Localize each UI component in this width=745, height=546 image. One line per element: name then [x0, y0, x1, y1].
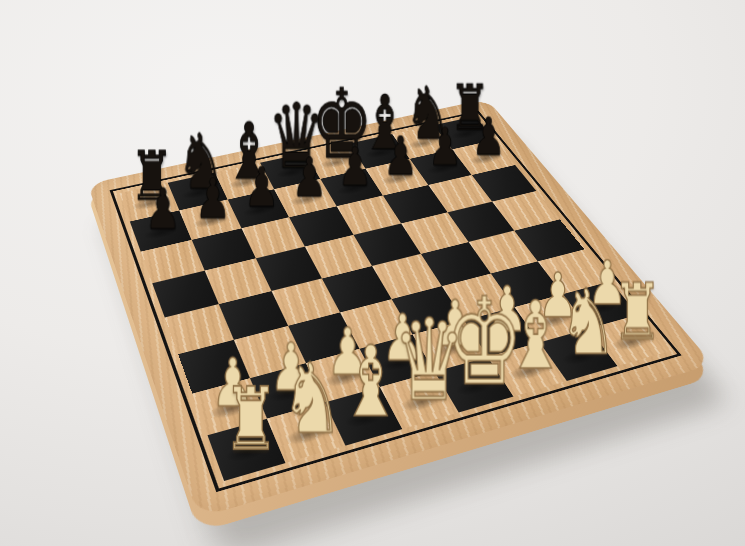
- black-pawn-h7: ♟: [471, 111, 505, 163]
- black-pawn-d7: ♟: [291, 150, 326, 204]
- white-queen-d1: ♛: [392, 304, 465, 417]
- white-rook-h1: ♜: [612, 273, 662, 351]
- black-pawn-g7: ♟: [428, 120, 462, 173]
- chess-board: ♜♞♝♛♚♝♞♜♟♟♟♟♟♟♟♟♟♟♟♟♟♟♟♟♜♞♝♛♚♝♞♜: [88, 99, 713, 518]
- black-pawn-a7: ♟: [145, 181, 181, 237]
- photo-backdrop: ♜♞♝♛♚♝♞♜♟♟♟♟♟♟♟♟♟♟♟♟♟♟♟♟♜♞♝♛♚♝♞♜: [0, 0, 745, 546]
- white-bishop-c1: ♝: [339, 333, 402, 431]
- white-knight-b1: ♞: [281, 350, 344, 447]
- white-rook-a1: ♜: [224, 376, 280, 462]
- square-b6: [191, 228, 255, 271]
- black-pawn-f7: ♟: [383, 130, 417, 183]
- white-knight-g1: ♞: [559, 277, 617, 367]
- black-pawn-b7: ♟: [195, 171, 231, 227]
- square-a6: [141, 240, 205, 284]
- black-pawn-c7: ♟: [244, 160, 280, 215]
- black-pawn-e7: ♟: [338, 140, 373, 194]
- board-3d-wrapper: ♜♞♝♛♚♝♞♜♟♟♟♟♟♟♟♟♟♟♟♟♟♟♟♟♜♞♝♛♚♝♞♜: [88, 99, 713, 518]
- scene: ♜♞♝♛♚♝♞♜♟♟♟♟♟♟♟♟♟♟♟♟♟♟♟♟♜♞♝♛♚♝♞♜: [0, 0, 745, 546]
